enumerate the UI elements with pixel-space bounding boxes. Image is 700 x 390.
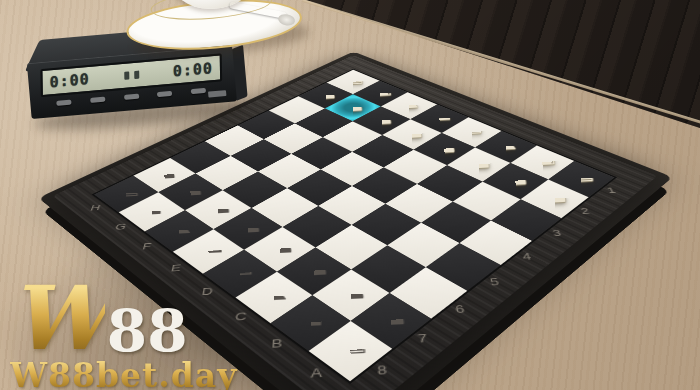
brand-tagline: W88bet.day: [10, 356, 280, 390]
clock-left-time: 0:00: [49, 70, 89, 92]
rank-label-2: 2: [579, 206, 591, 216]
rank-label-8: 8: [377, 362, 388, 377]
square-c4[interactable]: [385, 184, 452, 223]
file-label-G: G: [114, 222, 128, 232]
brand-letter-w: W: [10, 282, 105, 354]
brand-number-88: 88: [107, 308, 188, 354]
brand-mark: W 88: [10, 282, 280, 354]
scene: ♜♞♝♚♛♝♞♜♟♟♟♟♟♟♟♟♟♟♟♟♟♟♟♟♜♞♝♚♛♝♞♜ HGFEDCB…: [0, 0, 700, 390]
rank-label-7: 7: [417, 331, 428, 345]
square-a2[interactable]: ♟: [521, 180, 589, 219]
rank-label-1: 1: [605, 186, 617, 195]
file-label-A: A: [311, 365, 323, 380]
file-label-E: E: [170, 262, 182, 273]
rank-label-4: 4: [521, 251, 533, 262]
clock-brand-badge: [208, 90, 226, 98]
rank-label-3: 3: [551, 228, 563, 238]
rank-label-5: 5: [489, 276, 501, 288]
file-label-H: H: [89, 203, 102, 212]
rank-label-6: 6: [454, 303, 465, 316]
brand-logo: W 88 W88bet.day: [10, 282, 280, 388]
file-label-F: F: [141, 241, 152, 252]
